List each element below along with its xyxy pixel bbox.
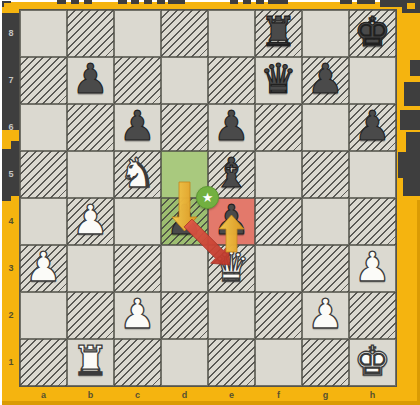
white-pawn-a3[interactable]: ♟ (25, 247, 62, 288)
corner-mark (2, 1, 4, 7)
square-c8[interactable] (114, 10, 161, 57)
square-c7[interactable] (114, 57, 161, 104)
rank-label-4: 4 (2, 198, 20, 245)
white-knight-c5[interactable]: ♞ (119, 153, 156, 194)
star-icon: ★ (202, 191, 214, 204)
square-e3[interactable]: ♛ (208, 245, 255, 292)
square-a8[interactable] (20, 10, 67, 57)
rank-label-7: 7 (2, 57, 20, 104)
square-d7[interactable] (161, 57, 208, 104)
square-b8[interactable] (67, 10, 114, 57)
square-b5[interactable] (67, 151, 114, 198)
best-move-star-badge: ★ (196, 186, 219, 209)
square-f5[interactable] (255, 151, 302, 198)
chess-review-board: ♜♚♟♛♟♟♟♟♞♝♟♟♟♟♛♟♟♟♜♚ 87654321 abcdefgh ★ (0, 0, 420, 405)
square-e6[interactable]: ♟ (208, 104, 255, 151)
file-label-f: f (255, 386, 302, 405)
square-d6[interactable] (161, 104, 208, 151)
black-pawn-c6[interactable]: ♟ (119, 106, 156, 147)
square-f8[interactable]: ♜ (255, 10, 302, 57)
square-a5[interactable] (20, 151, 67, 198)
square-g8[interactable] (302, 10, 349, 57)
square-h7[interactable] (349, 57, 396, 104)
square-a7[interactable] (20, 57, 67, 104)
rank-label-1: 1 (2, 339, 20, 386)
white-queen-e3[interactable]: ♛ (213, 247, 250, 288)
rank-label-2: 2 (2, 292, 20, 339)
file-label-g: g (302, 386, 349, 405)
square-h5[interactable] (349, 151, 396, 198)
square-c5[interactable]: ♞ (114, 151, 161, 198)
square-h8[interactable]: ♚ (349, 10, 396, 57)
square-a2[interactable] (20, 292, 67, 339)
square-h2[interactable] (349, 292, 396, 339)
square-e2[interactable] (208, 292, 255, 339)
square-f3[interactable] (255, 245, 302, 292)
square-f1[interactable] (255, 339, 302, 386)
black-pawn-e6[interactable]: ♟ (213, 106, 250, 147)
black-king-h8[interactable]: ♚ (354, 12, 391, 53)
file-label-h: h (349, 386, 396, 405)
square-g4[interactable] (302, 198, 349, 245)
square-e7[interactable] (208, 57, 255, 104)
square-g2[interactable]: ♟ (302, 292, 349, 339)
square-g3[interactable] (302, 245, 349, 292)
black-pawn-g7[interactable]: ♟ (307, 59, 344, 100)
square-b7[interactable]: ♟ (67, 57, 114, 104)
square-b3[interactable] (67, 245, 114, 292)
square-f4[interactable] (255, 198, 302, 245)
square-b2[interactable] (67, 292, 114, 339)
rank-label-3: 3 (2, 245, 20, 292)
rank-label-6: 6 (2, 104, 20, 151)
square-f6[interactable] (255, 104, 302, 151)
square-c4[interactable] (114, 198, 161, 245)
rank-label-8: 8 (2, 10, 20, 57)
square-a4[interactable] (20, 198, 67, 245)
file-label-e: e (208, 386, 255, 405)
black-pawn-b7[interactable]: ♟ (72, 59, 109, 100)
white-pawn-b4[interactable]: ♟ (72, 200, 109, 241)
rank-labels: 87654321 (2, 10, 20, 386)
black-pawn-e4[interactable]: ♟ (213, 200, 250, 241)
rank-label-5: 5 (2, 151, 20, 198)
file-label-d: d (161, 386, 208, 405)
black-bishop-e5[interactable]: ♝ (213, 153, 250, 194)
square-d8[interactable] (161, 10, 208, 57)
white-pawn-h3[interactable]: ♟ (354, 247, 391, 288)
square-h1[interactable]: ♚ (349, 339, 396, 386)
square-e8[interactable] (208, 10, 255, 57)
square-f2[interactable] (255, 292, 302, 339)
file-label-b: b (67, 386, 114, 405)
square-f7[interactable]: ♛ (255, 57, 302, 104)
square-b1[interactable]: ♜ (67, 339, 114, 386)
square-c2[interactable]: ♟ (114, 292, 161, 339)
square-e1[interactable] (208, 339, 255, 386)
white-rook-b1[interactable]: ♜ (72, 341, 109, 382)
black-pawn-d4[interactable]: ♟ (166, 200, 203, 241)
square-g6[interactable] (302, 104, 349, 151)
black-pawn-h6[interactable]: ♟ (354, 106, 391, 147)
square-a1[interactable] (20, 339, 67, 386)
square-h3[interactable]: ♟ (349, 245, 396, 292)
black-queen-f7[interactable]: ♛ (260, 59, 297, 100)
square-g5[interactable] (302, 151, 349, 198)
square-d1[interactable] (161, 339, 208, 386)
square-g1[interactable] (302, 339, 349, 386)
square-d3[interactable] (161, 245, 208, 292)
square-a6[interactable] (20, 104, 67, 151)
square-g7[interactable]: ♟ (302, 57, 349, 104)
square-b4[interactable]: ♟ (67, 198, 114, 245)
white-pawn-c2[interactable]: ♟ (119, 294, 156, 335)
white-king-h1[interactable]: ♚ (354, 341, 391, 382)
square-a3[interactable]: ♟ (20, 245, 67, 292)
square-c3[interactable] (114, 245, 161, 292)
square-c6[interactable]: ♟ (114, 104, 161, 151)
black-rook-f8[interactable]: ♜ (260, 12, 297, 53)
square-h6[interactable]: ♟ (349, 104, 396, 151)
white-pawn-g2[interactable]: ♟ (307, 294, 344, 335)
square-d2[interactable] (161, 292, 208, 339)
file-label-a: a (20, 386, 67, 405)
square-b6[interactable] (67, 104, 114, 151)
file-label-c: c (114, 386, 161, 405)
square-c1[interactable] (114, 339, 161, 386)
file-labels: abcdefgh (20, 386, 396, 405)
square-h4[interactable] (349, 198, 396, 245)
